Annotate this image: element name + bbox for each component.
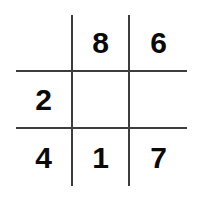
cell-r1c3: 6	[130, 15, 187, 72]
cell-r2c1: 2	[16, 72, 73, 129]
cell-r3c1: 4	[16, 129, 73, 186]
cell-r1c1[interactable]	[16, 15, 73, 72]
cell-r1c2: 8	[73, 15, 130, 72]
puzzle-canvas: 8 6 2 4 1 7	[0, 0, 200, 200]
number-grid: 8 6 2 4 1 7	[16, 15, 187, 186]
cell-r3c3: 7	[130, 129, 187, 186]
cell-r2c3[interactable]	[130, 72, 187, 129]
cell-r3c2: 1	[73, 129, 130, 186]
cell-r2c2[interactable]	[73, 72, 130, 129]
